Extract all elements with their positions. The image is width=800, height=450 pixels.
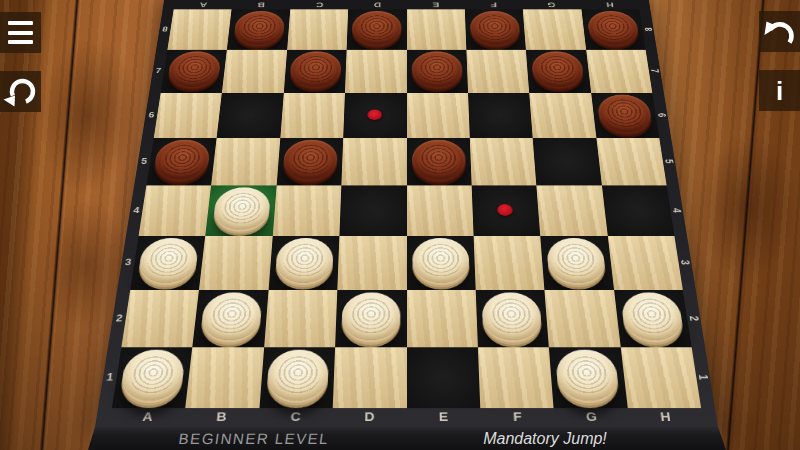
square-B2[interactable] <box>193 290 269 347</box>
piece-rings <box>174 56 215 82</box>
restart-icon <box>1 72 41 112</box>
piece-rings <box>418 56 456 82</box>
square-H5[interactable] <box>596 138 667 186</box>
file-labels-bottom: ABCDEFGH <box>109 409 703 425</box>
restart-button[interactable] <box>0 71 41 112</box>
square-G5[interactable] <box>533 138 602 186</box>
file-label-H: H <box>628 409 704 425</box>
white-piece-G3[interactable] <box>546 238 607 283</box>
square-A3[interactable] <box>130 236 205 290</box>
square-H4[interactable] <box>602 185 675 236</box>
file-labels-top: ABCDEFGH <box>174 0 640 8</box>
piece-rings <box>282 244 326 277</box>
piece-rings <box>489 298 534 333</box>
square-C1[interactable] <box>259 347 335 408</box>
square-F7[interactable] <box>466 50 529 93</box>
white-piece-G1[interactable] <box>555 350 620 401</box>
piece-rings <box>538 56 578 82</box>
square-A1[interactable] <box>112 347 193 408</box>
square-B7[interactable] <box>222 50 287 93</box>
piece-rings <box>160 145 204 174</box>
piece-rings <box>240 15 279 40</box>
file-label-F: F <box>480 409 555 425</box>
hamburger-icon <box>8 19 33 47</box>
piece-rings <box>128 356 178 394</box>
square-E8[interactable] <box>407 9 467 49</box>
piece-rings <box>358 15 395 40</box>
file-label-C: C <box>290 0 349 8</box>
file-label-F: F <box>464 0 523 8</box>
piece-rings <box>476 15 514 40</box>
file-label-B: B <box>232 0 291 8</box>
red-piece-E7[interactable] <box>411 52 462 88</box>
square-B1[interactable] <box>186 347 264 408</box>
square-G6[interactable] <box>529 93 596 138</box>
piece-rings <box>290 145 331 174</box>
square-F2[interactable] <box>476 290 549 347</box>
square-H2[interactable] <box>614 290 692 347</box>
move-hint-dot-F4 <box>497 204 513 216</box>
board-scene: ABCDEFGH ABCDEFGH 87654321 87654321 <box>0 0 800 450</box>
square-E4[interactable] <box>407 185 474 236</box>
piece-rings <box>208 298 255 333</box>
square-C6[interactable] <box>280 93 345 138</box>
square-H3[interactable] <box>607 236 682 290</box>
file-label-A: A <box>109 409 185 425</box>
square-F1[interactable] <box>478 347 554 408</box>
red-piece-A5[interactable] <box>153 140 212 180</box>
white-piece-A3[interactable] <box>137 238 200 283</box>
red-piece-G7[interactable] <box>531 52 585 88</box>
red-piece-B8[interactable] <box>233 11 285 45</box>
white-piece-F2[interactable] <box>481 292 542 340</box>
piece-rings <box>628 298 676 333</box>
square-D6[interactable] <box>343 93 406 138</box>
file-label-B: B <box>184 409 260 425</box>
square-E7[interactable] <box>407 50 468 93</box>
file-label-D: D <box>332 409 406 425</box>
piece-rings <box>145 244 191 277</box>
undo-arrow-icon <box>760 12 800 52</box>
piece-rings <box>593 15 633 40</box>
white-piece-A1[interactable] <box>119 350 186 401</box>
square-B8[interactable] <box>227 9 290 49</box>
square-C4[interactable] <box>273 185 342 236</box>
piece-rings <box>603 99 645 127</box>
square-F5[interactable] <box>470 138 537 186</box>
square-G7[interactable] <box>526 50 591 93</box>
info-icon: i <box>776 78 783 104</box>
white-piece-B2[interactable] <box>199 292 262 340</box>
board-front-edge: BEGINNER LEVEL Mandatory Jump! <box>88 427 726 450</box>
square-F3[interactable] <box>473 236 544 290</box>
square-F6[interactable] <box>468 93 533 138</box>
square-H1[interactable] <box>620 347 701 408</box>
square-D1[interactable] <box>333 347 407 408</box>
square-A5[interactable] <box>146 138 217 186</box>
undo-button[interactable] <box>759 11 800 52</box>
square-D3[interactable] <box>337 236 406 290</box>
square-A7[interactable] <box>161 50 227 93</box>
square-D2[interactable] <box>335 290 406 347</box>
square-B4[interactable] <box>206 185 277 236</box>
square-E3[interactable] <box>407 236 476 290</box>
piece-rings <box>563 356 611 394</box>
checkers-app: ABCDEFGH ABCDEFGH 87654321 87654321 BEGI… <box>0 0 800 450</box>
file-label-A: A <box>174 0 233 8</box>
piece-rings <box>419 145 459 174</box>
red-piece-E5[interactable] <box>412 140 466 180</box>
move-hint-dot-D6 <box>368 109 382 119</box>
red-piece-C7[interactable] <box>289 52 342 88</box>
white-piece-C3[interactable] <box>275 238 334 283</box>
square-E2[interactable] <box>407 290 478 347</box>
file-label-E: E <box>407 409 481 425</box>
square-E1[interactable] <box>407 347 481 408</box>
square-D5[interactable] <box>341 138 406 186</box>
red-piece-H6[interactable] <box>596 94 653 132</box>
piece-rings <box>296 56 335 82</box>
square-B3[interactable] <box>199 236 272 290</box>
file-label-D: D <box>348 0 406 8</box>
file-label-G: G <box>522 0 581 8</box>
square-G1[interactable] <box>549 347 627 408</box>
white-piece-E3[interactable] <box>412 238 470 283</box>
square-C2[interactable] <box>264 290 337 347</box>
square-D7[interactable] <box>345 50 406 93</box>
red-piece-F8[interactable] <box>470 11 521 45</box>
white-piece-C1[interactable] <box>266 350 329 401</box>
square-E5[interactable] <box>407 138 472 186</box>
file-label-E: E <box>407 0 465 8</box>
square-H6[interactable] <box>591 93 659 138</box>
info-button[interactable]: i <box>759 70 800 111</box>
square-C8[interactable] <box>287 9 348 49</box>
red-piece-A7[interactable] <box>167 52 222 88</box>
file-label-C: C <box>258 409 333 425</box>
piece-rings <box>554 244 599 277</box>
square-F4[interactable] <box>472 185 541 236</box>
mandatory-jump-message: Mandatory Jump! <box>388 427 702 450</box>
square-D8[interactable] <box>347 9 407 49</box>
square-A4[interactable] <box>139 185 212 236</box>
square-H7[interactable] <box>586 50 652 93</box>
board-grid <box>112 9 701 408</box>
square-F8[interactable] <box>465 9 526 49</box>
square-E6[interactable] <box>407 93 470 138</box>
square-D4[interactable] <box>340 185 407 236</box>
file-label-H: H <box>580 0 639 8</box>
square-C3[interactable] <box>268 236 339 290</box>
white-piece-D2[interactable] <box>341 292 400 340</box>
piece-rings <box>220 193 264 224</box>
level-label: BEGINNER LEVEL <box>86 427 421 450</box>
red-piece-C5[interactable] <box>282 140 338 180</box>
square-G4[interactable] <box>537 185 608 236</box>
white-piece-B4[interactable] <box>212 188 271 230</box>
square-C5[interactable] <box>276 138 343 186</box>
square-G3[interactable] <box>540 236 613 290</box>
square-C7[interactable] <box>284 50 347 93</box>
square-B5[interactable] <box>211 138 280 186</box>
piece-rings <box>349 298 393 333</box>
red-piece-D8[interactable] <box>352 11 402 45</box>
square-A8[interactable] <box>167 9 231 49</box>
square-B6[interactable] <box>217 93 284 138</box>
square-H8[interactable] <box>581 9 645 49</box>
square-G8[interactable] <box>523 9 586 49</box>
piece-rings <box>419 244 462 277</box>
square-A2[interactable] <box>121 290 199 347</box>
red-piece-H8[interactable] <box>586 11 640 45</box>
white-piece-H2[interactable] <box>620 292 685 340</box>
piece-rings <box>274 356 321 394</box>
square-A6[interactable] <box>154 93 222 138</box>
file-label-G: G <box>554 409 630 425</box>
menu-button[interactable] <box>0 12 41 53</box>
square-G2[interactable] <box>545 290 621 347</box>
checkers-board: ABCDEFGH ABCDEFGH 87654321 87654321 <box>95 0 718 427</box>
